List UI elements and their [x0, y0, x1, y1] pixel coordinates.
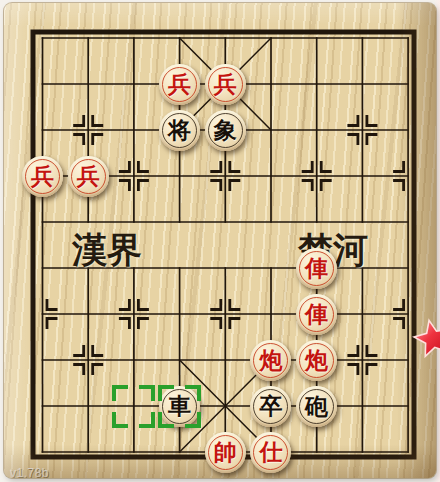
- piece-black-pawn[interactable]: 卒: [250, 386, 291, 427]
- piece-black-cannon[interactable]: 砲: [296, 386, 337, 427]
- piece-character: 卒: [259, 395, 282, 418]
- piece-character: 兵: [77, 165, 100, 188]
- piece-grid: 兵兵将象兵兵俥俥炮炮車卒砲帥仕: [20, 15, 431, 475]
- piece-character: 象: [214, 119, 237, 142]
- piece-black-general[interactable]: 将: [159, 110, 200, 151]
- piece-red-cannon[interactable]: 炮: [296, 340, 337, 381]
- piece-red-general[interactable]: 帥: [205, 432, 246, 473]
- piece-red-pawn[interactable]: 兵: [22, 156, 63, 197]
- piece-character: 俥: [305, 257, 328, 280]
- piece-character: 炮: [259, 349, 282, 372]
- piece-character: 砲: [305, 395, 328, 418]
- piece-red-pawn[interactable]: 兵: [159, 64, 200, 105]
- piece-red-pawn[interactable]: 兵: [205, 64, 246, 105]
- piece-red-cannon[interactable]: 炮: [250, 340, 291, 381]
- piece-red-advisor[interactable]: 仕: [250, 432, 291, 473]
- version-label: v1.78b: [10, 466, 49, 480]
- piece-character: 帥: [214, 441, 237, 464]
- piece-character: 兵: [31, 165, 54, 188]
- piece-character: 炮: [305, 349, 328, 372]
- piece-red-chariot[interactable]: 俥: [296, 294, 337, 335]
- star-icon[interactable]: [409, 313, 440, 365]
- piece-character: 仕: [259, 441, 282, 464]
- piece-black-elephant[interactable]: 象: [205, 110, 246, 151]
- piece-red-pawn[interactable]: 兵: [68, 156, 109, 197]
- piece-character: 兵: [214, 73, 237, 96]
- piece-character: 将: [168, 119, 191, 142]
- piece-character: 車: [168, 395, 191, 418]
- board: 漢界 楚河 兵兵将象兵兵俥俥炮炮車卒砲帥仕 v1.78b: [4, 3, 436, 478]
- xiangqi-app: 漢界 楚河 兵兵将象兵兵俥俥炮炮車卒砲帥仕 v1.78b: [0, 0, 440, 482]
- piece-black-chariot[interactable]: 車: [159, 386, 200, 427]
- piece-character: 俥: [305, 303, 328, 326]
- piece-character: 兵: [168, 73, 191, 96]
- last-move-from-marker: [111, 384, 156, 429]
- piece-red-chariot[interactable]: 俥: [296, 248, 337, 289]
